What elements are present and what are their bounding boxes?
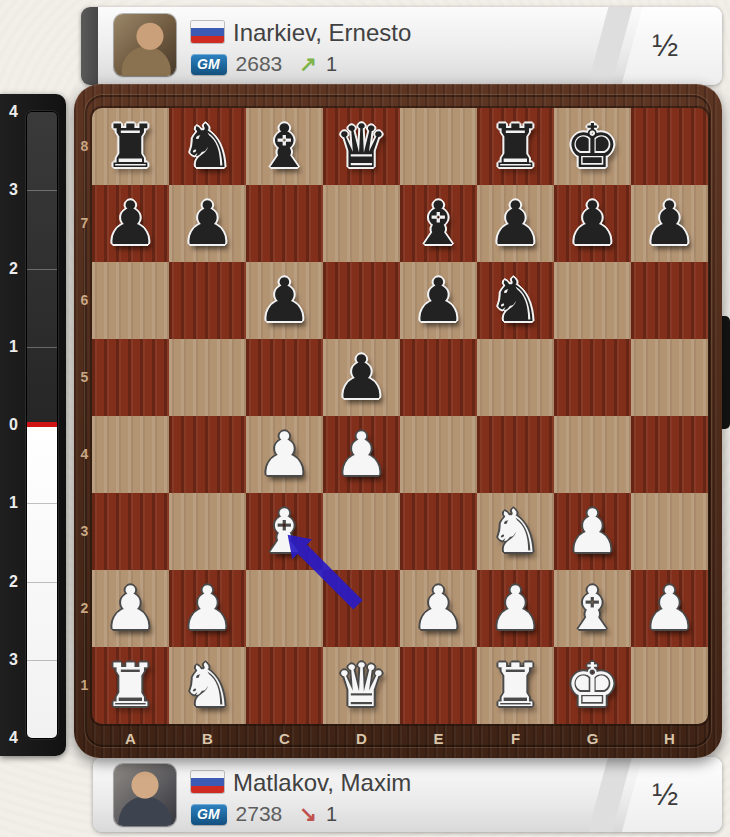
player-name: Matlakov, Maxim [233,769,411,797]
square-h2[interactable]: ♟ [631,570,708,647]
square-a5[interactable] [92,339,169,416]
square-d1[interactable]: ♛ [323,647,400,724]
eval-scale-label: 2 [3,573,24,591]
square-f1[interactable]: ♜ [477,647,554,724]
black-pawn-piece[interactable]: ♟ [554,185,631,262]
square-e8[interactable] [400,108,477,185]
black-pawn-piece[interactable]: ♟ [92,185,169,262]
square-b5[interactable] [169,339,246,416]
square-b1[interactable]: ♞ [169,647,246,724]
player-meta: GM 2738 ↘ 1 [191,802,337,826]
file-label-a: A [92,730,169,747]
white-queen-piece[interactable]: ♛ [323,647,400,724]
eval-scale-label: 4 [3,729,24,747]
white-pawn-piece[interactable]: ♟ [323,416,400,493]
eval-scale-label: 3 [3,651,24,669]
player-avatar [114,14,176,76]
rank-label-7: 7 [78,215,91,231]
black-rook-piece[interactable]: ♜ [477,108,554,185]
eval-tick [27,660,57,661]
black-pawn-piece[interactable]: ♟ [477,185,554,262]
square-f2[interactable]: ♟ [477,570,554,647]
square-h3[interactable] [631,493,708,570]
file-label-h: H [631,730,708,747]
eval-tick [27,269,57,270]
white-knight-piece[interactable]: ♞ [477,493,554,570]
rank-label-3: 3 [78,523,91,539]
white-knight-piece[interactable]: ♞ [169,647,246,724]
square-g5[interactable] [554,339,631,416]
eval-zero-marker [27,422,57,427]
square-d4[interactable]: ♟ [323,416,400,493]
black-pawn-piece[interactable]: ♟ [246,262,323,339]
rating-trend-value: 1 [326,803,337,826]
square-a8[interactable]: ♜ [92,108,169,185]
white-pawn-piece[interactable]: ♟ [400,570,477,647]
broadcast-game-view: { "game": "chess", "position": { "fen": … [0,0,730,837]
rank-label-8: 8 [78,138,91,154]
square-c4[interactable]: ♟ [246,416,323,493]
square-g6[interactable] [554,262,631,339]
square-f8[interactable]: ♜ [477,108,554,185]
evaluation-track [27,112,57,738]
card-spine [81,7,98,85]
square-b2[interactable]: ♟ [169,570,246,647]
square-d8[interactable]: ♛ [323,108,400,185]
player-card-white: Matlakov, Maxim GM 2738 ↘ 1 ½ [93,757,722,832]
square-c2[interactable] [246,570,323,647]
square-d3[interactable] [323,493,400,570]
square-d2[interactable] [323,570,400,647]
white-pawn-piece[interactable]: ♟ [554,493,631,570]
square-c3[interactable]: ♝ [246,493,323,570]
square-c1[interactable] [246,647,323,724]
square-b6[interactable] [169,262,246,339]
square-e1[interactable] [400,647,477,724]
player-meta: GM 2683 ↗ 1 [191,52,337,76]
square-e4[interactable] [400,416,477,493]
rank-label-6: 6 [78,292,91,308]
black-pawn-piece[interactable]: ♟ [169,185,246,262]
square-f4[interactable] [477,416,554,493]
file-label-d: D [323,730,400,747]
title-badge: GM [191,54,227,75]
white-king-piece[interactable]: ♚ [554,647,631,724]
square-c8[interactable]: ♝ [246,108,323,185]
player-avatar [114,764,176,826]
title-badge: GM [191,804,227,825]
square-f5[interactable] [477,339,554,416]
white-pawn-piece[interactable]: ♟ [92,570,169,647]
eval-tick [27,503,57,504]
square-b3[interactable] [169,493,246,570]
russia-flag-icon [191,21,224,43]
file-label-e: E [400,730,477,747]
black-king-piece[interactable]: ♚ [554,108,631,185]
rating-trend-up-icon: ↗ [299,52,317,76]
eval-scale-label: 2 [3,260,24,278]
rating-trend-value: 1 [326,53,337,76]
square-d7[interactable] [323,185,400,262]
black-queen-piece[interactable]: ♛ [323,108,400,185]
square-a7[interactable]: ♟ [92,185,169,262]
rank-label-1: 1 [78,677,91,693]
white-rook-piece[interactable]: ♜ [477,647,554,724]
square-f3[interactable]: ♞ [477,493,554,570]
square-c7[interactable] [246,185,323,262]
player-card-black: Inarkiev, Ernesto GM 2683 ↗ 1 ½ [81,7,722,85]
square-a4[interactable] [92,416,169,493]
file-label-g: G [554,730,631,747]
square-d6[interactable] [323,262,400,339]
white-rook-piece[interactable]: ♜ [92,647,169,724]
square-a1[interactable]: ♜ [92,647,169,724]
player-rating: 2738 [236,802,283,826]
square-g7[interactable]: ♟ [554,185,631,262]
square-g4[interactable] [554,416,631,493]
score-area: ½ [590,757,722,832]
white-bishop-piece[interactable]: ♝ [246,493,323,570]
square-e5[interactable] [400,339,477,416]
rank-label-4: 4 [78,446,91,462]
eval-scale-label: 0 [3,416,24,434]
file-label-b: B [169,730,246,747]
eval-tick [27,190,57,191]
square-h5[interactable] [631,339,708,416]
file-label-f: F [477,730,554,747]
russia-flag-icon [191,771,224,793]
square-e3[interactable] [400,493,477,570]
square-b7[interactable]: ♟ [169,185,246,262]
game-score: ½ [652,28,678,64]
square-e7[interactable]: ♝ [400,185,477,262]
black-rook-piece[interactable]: ♜ [92,108,169,185]
black-pawn-piece[interactable]: ♟ [400,262,477,339]
square-a2[interactable]: ♟ [92,570,169,647]
white-pawn-piece[interactable]: ♟ [631,570,708,647]
square-d5[interactable]: ♟ [323,339,400,416]
player-rating: 2683 [236,52,283,76]
eval-scale-label: 1 [3,494,24,512]
score-area: ½ [590,7,722,85]
square-c5[interactable] [246,339,323,416]
square-h7[interactable]: ♟ [631,185,708,262]
square-f6[interactable]: ♞ [477,262,554,339]
white-pawn-piece[interactable]: ♟ [169,570,246,647]
square-a3[interactable] [92,493,169,570]
rank-label-2: 2 [78,600,91,616]
square-g3[interactable]: ♟ [554,493,631,570]
square-a6[interactable] [92,262,169,339]
square-h8[interactable] [631,108,708,185]
rating-trend-down-icon: ↘ [299,802,317,826]
game-score: ½ [652,777,678,813]
black-pawn-piece[interactable]: ♟ [323,339,400,416]
square-g1[interactable]: ♚ [554,647,631,724]
eval-scale-label: 1 [3,338,24,356]
eval-scale-label: 3 [3,181,24,199]
square-e6[interactable]: ♟ [400,262,477,339]
file-label-c: C [246,730,323,747]
white-pawn-piece[interactable]: ♟ [477,570,554,647]
square-f7[interactable]: ♟ [477,185,554,262]
square-b4[interactable] [169,416,246,493]
square-g8[interactable]: ♚ [554,108,631,185]
black-knight-piece[interactable]: ♞ [477,262,554,339]
board-grid: ♜♞♝♛♜♚♟♟♝♟♟♟♟♟♞♟♟♟♝♞♟♟♟♟♟♝♟♜♞♛♜♚ [92,108,708,724]
black-bishop-piece[interactable]: ♝ [246,108,323,185]
black-pawn-piece[interactable]: ♟ [631,185,708,262]
player-name: Inarkiev, Ernesto [233,19,411,47]
square-b8[interactable]: ♞ [169,108,246,185]
square-h1[interactable] [631,647,708,724]
white-bishop-piece[interactable]: ♝ [554,570,631,647]
eval-scale-label: 4 [3,103,24,121]
rank-label-5: 5 [78,369,91,385]
square-h6[interactable] [631,262,708,339]
eval-tick [27,582,57,583]
eval-tick [27,347,57,348]
white-pawn-piece[interactable]: ♟ [246,416,323,493]
square-g2[interactable]: ♝ [554,570,631,647]
evaluation-bar: 432101234 [0,94,66,756]
black-knight-piece[interactable]: ♞ [169,108,246,185]
square-e2[interactable]: ♟ [400,570,477,647]
black-bishop-piece[interactable]: ♝ [400,185,477,262]
square-h4[interactable] [631,416,708,493]
chess-board: ♜♞♝♛♜♚♟♟♝♟♟♟♟♟♞♟♟♟♝♞♟♟♟♟♟♝♟♜♞♛♜♚ 8765432… [74,84,722,758]
square-c6[interactable]: ♟ [246,262,323,339]
